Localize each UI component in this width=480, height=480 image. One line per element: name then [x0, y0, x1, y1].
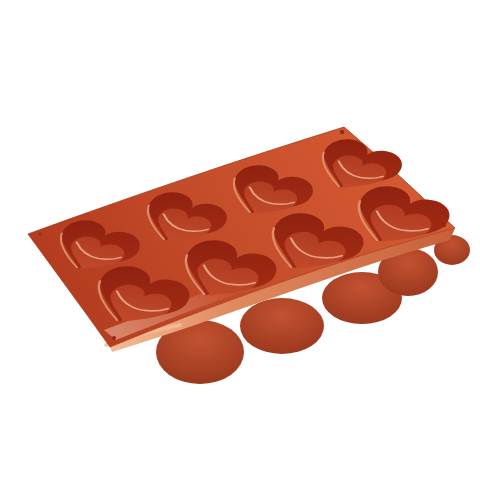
product-photo: Red silicone baking mould with 8 heart-s…: [0, 0, 480, 480]
mould-illustration: [0, 0, 480, 480]
cup-bottom: [240, 298, 324, 354]
corner-hole: [38, 232, 41, 235]
corner-hole: [442, 223, 446, 227]
corner-hole: [112, 336, 116, 340]
corner-hole: [340, 130, 344, 134]
